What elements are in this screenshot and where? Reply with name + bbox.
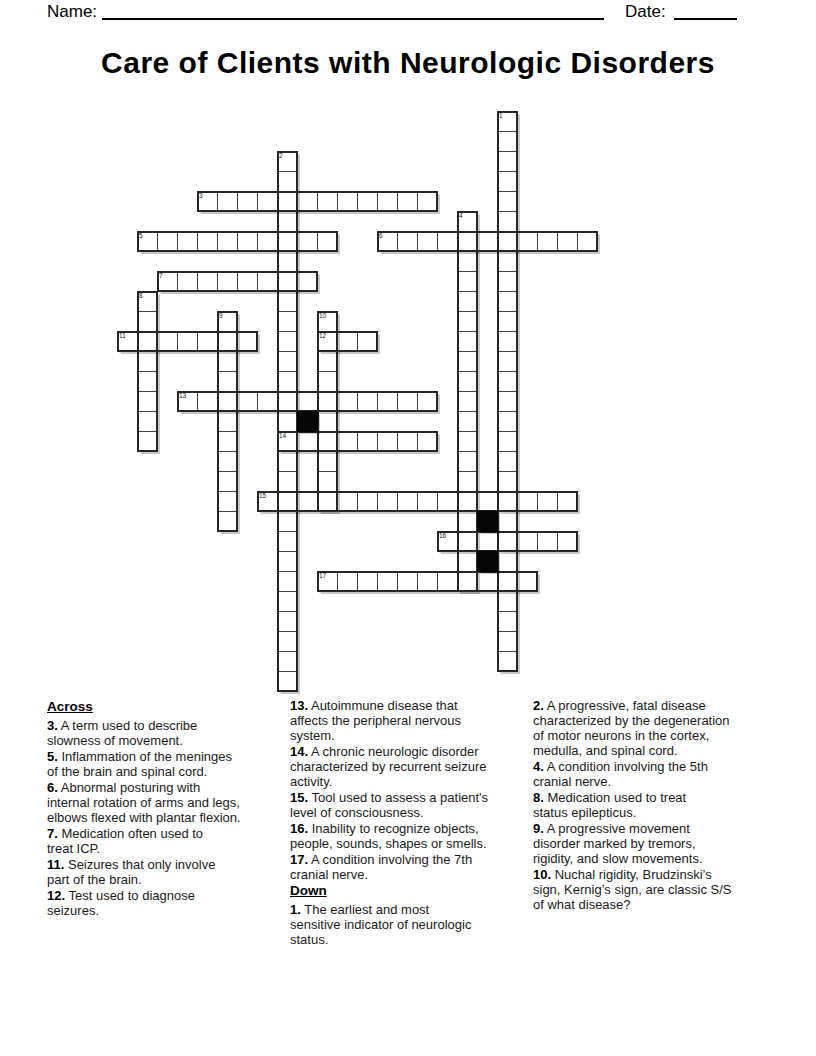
cell-number: 17 <box>319 572 326 579</box>
cell-number: 11 <box>119 332 126 339</box>
clue-item-a14: 14. A chronic neurologic disordercharact… <box>290 744 538 789</box>
across-header: Across <box>47 699 295 714</box>
clue-item-d4: 4. A condition involving the 5thcranial … <box>533 759 781 789</box>
cell-number: 5 <box>139 232 143 239</box>
word-outline-8-down <box>137 291 158 452</box>
word-outline-16-across <box>437 531 578 552</box>
page-title: Care of Clients with Neurologic Disorder… <box>0 46 816 80</box>
clue-item-a17: 17. A condition involving the 7thcranial… <box>290 852 538 882</box>
clue-item-d9: 9. A progressive movementdisorder marked… <box>533 821 781 866</box>
clue-number: 9. <box>533 821 544 836</box>
clue-number: 7. <box>47 826 58 841</box>
word-outline-15-across <box>257 491 578 512</box>
cell-number: 10 <box>319 312 326 319</box>
name-blank-line[interactable] <box>102 2 604 20</box>
clue-number: 10. <box>533 867 551 882</box>
clue-number: 16. <box>290 821 308 836</box>
word-outline-5-across <box>137 231 338 252</box>
clue-number: 15. <box>290 790 308 805</box>
clue-column: Across3. A term used to describeslowness… <box>47 698 295 919</box>
cell-number: 13 <box>179 392 186 399</box>
clue-number: 13. <box>290 698 308 713</box>
word-outline-6-across <box>377 231 598 252</box>
clue-number: 2. <box>533 698 544 713</box>
clue-number: 8. <box>533 790 544 805</box>
word-outline-3-across <box>197 191 438 212</box>
crossword-grid: 1234567891011121314151617 <box>117 111 598 692</box>
clue-item-a3: 3. A term used to describeslowness of mo… <box>47 718 295 748</box>
clue-number: 1. <box>290 902 301 917</box>
down-header: Down <box>290 883 538 898</box>
name-label: Name: <box>47 2 97 22</box>
clue-item-a6: 6. Abnormal posturing withinternal rotat… <box>47 780 295 825</box>
black-cell <box>477 551 498 572</box>
clue-number: 12. <box>47 888 65 903</box>
word-outline-14-across <box>277 431 438 452</box>
cell-number: 3 <box>199 192 203 199</box>
cell-number: 12 <box>319 332 326 339</box>
clue-number: 14. <box>290 744 308 759</box>
clue-column: 13. Autoimmune disease thataffects the p… <box>290 698 538 948</box>
word-outline-13-across <box>177 391 438 412</box>
clue-number: 6. <box>47 780 58 795</box>
cell-number: 4 <box>459 212 463 219</box>
cell-number: 2 <box>279 152 283 159</box>
clue-number: 4. <box>533 759 544 774</box>
clue-item-d1: 1. The earliest and mostsensitive indica… <box>290 902 538 947</box>
clue-item-a16: 16. Inability to recognize objects,peopl… <box>290 821 538 851</box>
word-outline-11-across <box>117 331 258 352</box>
clue-item-a15: 15. Tool used to assess a patient'slevel… <box>290 790 538 820</box>
black-cell <box>477 511 498 532</box>
clue-number: 3. <box>47 718 58 733</box>
clue-item-a12: 12. Test used to diagnoseseizures. <box>47 888 295 918</box>
cell-number: 15 <box>259 492 266 499</box>
cell-number: 9 <box>219 312 223 319</box>
clue-number: 5. <box>47 749 58 764</box>
clue-number: 17. <box>290 852 308 867</box>
cell-number: 1 <box>499 112 503 119</box>
word-outline-7-across <box>157 271 318 292</box>
clue-number: 11. <box>47 857 64 872</box>
cell-number: 7 <box>159 272 163 279</box>
cell-number: 14 <box>279 432 286 439</box>
worksheet-page: Name: Date: Care of Clients with Neurolo… <box>0 0 816 1056</box>
clue-item-a11: 11. Seizures that only involvepart of th… <box>47 857 295 887</box>
clue-item-a13: 13. Autoimmune disease thataffects the p… <box>290 698 538 743</box>
word-outline-17-across <box>317 571 538 592</box>
clue-item-d10: 10. Nuchal rigidity, Brudzinski’ssign, K… <box>533 867 781 912</box>
clue-item-a7: 7. Medication often used totreat ICP. <box>47 826 295 856</box>
date-blank-line[interactable] <box>674 2 737 20</box>
cell-number: 6 <box>379 232 383 239</box>
black-cell <box>297 411 318 432</box>
clue-column: 2. A progressive, fatal diseasecharacter… <box>533 698 781 913</box>
date-label: Date: <box>625 2 666 22</box>
clue-item-d2: 2. A progressive, fatal diseasecharacter… <box>533 698 781 758</box>
cell-number: 8 <box>139 292 143 299</box>
clue-item-a5: 5. Inflammation of the meningesof the br… <box>47 749 295 779</box>
cell-number: 16 <box>439 532 446 539</box>
clue-item-d8: 8. Medication used to treatstatus epilep… <box>533 790 781 820</box>
